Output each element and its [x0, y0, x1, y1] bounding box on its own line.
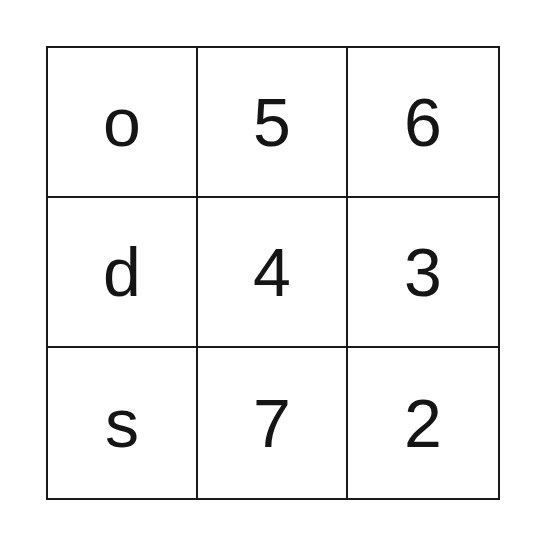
- cell-r0c1[interactable]: 5: [198, 48, 348, 198]
- cell-r1c2[interactable]: 3: [348, 198, 498, 348]
- cell-r2c0[interactable]: s: [48, 348, 198, 498]
- cell-r1c1[interactable]: 4: [198, 198, 348, 348]
- cell-r2c1[interactable]: 7: [198, 348, 348, 498]
- page: o 5 6 d 4 3 s 7 2: [0, 0, 544, 544]
- cell-r2c2[interactable]: 2: [348, 348, 498, 498]
- puzzle-grid: o 5 6 d 4 3 s 7 2: [46, 46, 500, 500]
- cell-r0c0[interactable]: o: [48, 48, 198, 198]
- cell-r0c2[interactable]: 6: [348, 48, 498, 198]
- cell-r1c0[interactable]: d: [48, 198, 198, 348]
